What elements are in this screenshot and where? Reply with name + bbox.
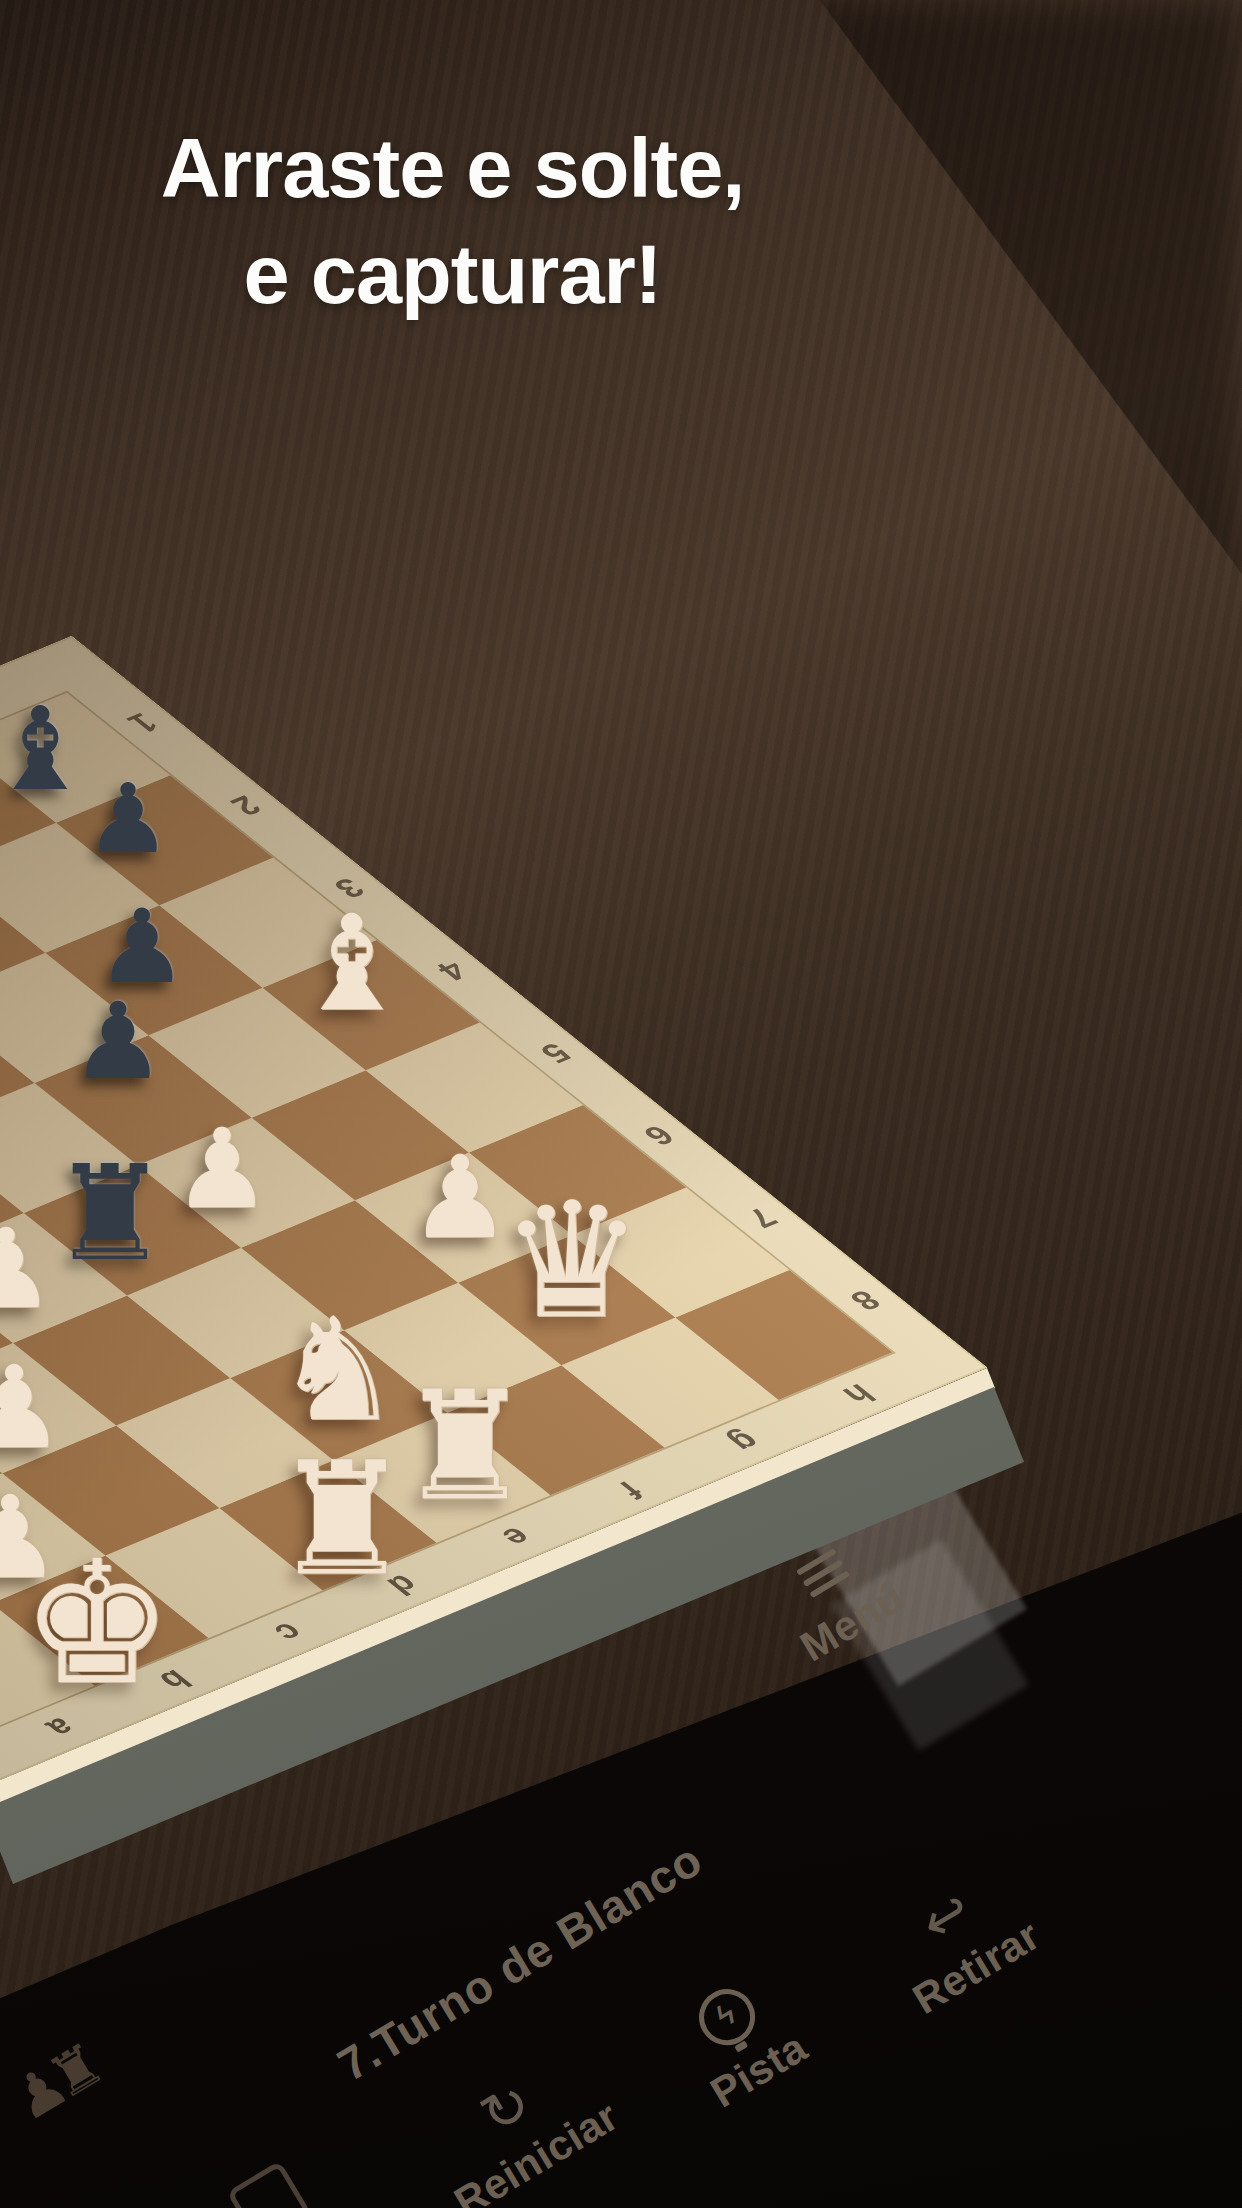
promo-title: Arraste e solte, e capturar! — [0, 116, 905, 328]
piece-white-pawn-g6[interactable]: ♟ — [409, 1131, 511, 1264]
file-label-f: f — [598, 1470, 663, 1509]
piece-white-queen-g7[interactable]: ♛ — [500, 1167, 643, 1354]
piece-white-pawn-c6[interactable]: ♟ — [0, 1341, 65, 1474]
file-label-h: h — [826, 1375, 891, 1414]
piece-white-king-b8[interactable]: ♚ — [21, 1524, 173, 1722]
piece-black-bishop-h1[interactable]: ♝ — [0, 682, 92, 816]
promo-title-line2: e capturar! — [0, 222, 905, 328]
piece-black-rook-e5[interactable]: ♜ — [51, 1136, 169, 1290]
piece-white-rook-e8[interactable]: ♜ — [398, 1359, 532, 1533]
piece-white-bishop-h4[interactable]: ♝ — [293, 886, 411, 1040]
piece-black-pawn-f4[interactable]: ♟ — [70, 980, 165, 1103]
file-label-c: c — [256, 1613, 321, 1652]
piece-white-pawn-d5[interactable]: ♟ — [0, 1205, 55, 1333]
piece-white-rook-d8[interactable]: ♜ — [272, 1428, 412, 1610]
piece-black-pawn-h2[interactable]: ♟ — [85, 763, 171, 875]
promo-title-line1: Arraste e solte, — [0, 116, 905, 222]
piece-white-pawn-f5[interactable]: ♟ — [173, 1105, 272, 1233]
screenshot-root: Arraste e solte, e capturar! abcdefgh123… — [0, 0, 1242, 2208]
file-label-g: g — [712, 1423, 777, 1462]
